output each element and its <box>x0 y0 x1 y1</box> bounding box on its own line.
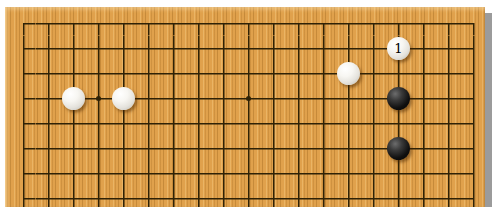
board-intersection[interactable] <box>386 111 411 136</box>
board-intersection[interactable] <box>211 136 236 161</box>
board-intersection[interactable] <box>436 36 461 61</box>
board-intersection[interactable] <box>411 36 436 61</box>
board-intersection[interactable] <box>436 86 461 111</box>
board-intersection[interactable] <box>411 61 436 86</box>
board-intersection[interactable] <box>286 36 311 61</box>
board-intersection[interactable] <box>61 111 86 136</box>
board-intersection[interactable] <box>261 186 286 207</box>
board-intersection[interactable] <box>411 86 436 111</box>
board-intersection[interactable] <box>86 136 111 161</box>
board-intersection[interactable] <box>436 136 461 161</box>
board-intersection[interactable] <box>361 186 386 207</box>
board-intersection[interactable] <box>86 111 111 136</box>
board-intersection[interactable] <box>61 161 86 186</box>
board-intersection[interactable] <box>111 161 136 186</box>
board-intersection[interactable] <box>311 86 336 111</box>
board-intersection[interactable] <box>61 36 86 61</box>
board-intersection[interactable] <box>311 111 336 136</box>
star-point <box>96 96 101 101</box>
board-intersection[interactable] <box>11 186 36 207</box>
board-intersection[interactable] <box>161 36 186 61</box>
board-intersection[interactable] <box>211 11 236 36</box>
board-intersection[interactable] <box>361 111 386 136</box>
board-intersection[interactable] <box>311 136 336 161</box>
board-intersection[interactable] <box>36 86 61 111</box>
board-intersection[interactable] <box>386 61 411 86</box>
board-intersection[interactable] <box>336 111 361 136</box>
board-intersection[interactable] <box>311 11 336 36</box>
stone-white[interactable]: 1 <box>387 37 410 60</box>
stone-black[interactable] <box>387 87 410 110</box>
board-intersection[interactable] <box>261 161 286 186</box>
board-intersection[interactable] <box>11 136 36 161</box>
board-intersection[interactable] <box>136 61 161 86</box>
board-intersection[interactable] <box>461 161 485 186</box>
stone-white[interactable] <box>112 87 135 110</box>
stone-black[interactable] <box>387 137 410 160</box>
board-intersection[interactable] <box>411 136 436 161</box>
board-intersection[interactable] <box>436 161 461 186</box>
board-intersection[interactable] <box>211 111 236 136</box>
star-point <box>246 96 251 101</box>
board-intersection[interactable] <box>11 61 36 86</box>
board-intersection[interactable] <box>161 61 186 86</box>
board-intersection[interactable] <box>436 11 461 36</box>
board-intersection[interactable] <box>336 136 361 161</box>
board-intersection[interactable] <box>336 86 361 111</box>
board-intersection[interactable] <box>336 161 361 186</box>
board-intersection[interactable] <box>86 11 111 36</box>
board-intersection[interactable] <box>186 186 211 207</box>
board-intersection[interactable] <box>36 61 61 86</box>
board-intersection[interactable] <box>311 36 336 61</box>
board-intersection[interactable] <box>61 186 86 207</box>
board-intersection[interactable] <box>336 36 361 61</box>
board-intersection[interactable] <box>11 36 36 61</box>
board-intersection[interactable] <box>211 161 236 186</box>
move-number-label: 1 <box>394 41 402 54</box>
board-intersection[interactable] <box>186 61 211 86</box>
board-intersection[interactable] <box>136 86 161 111</box>
board-intersection[interactable] <box>36 186 61 207</box>
board-intersection[interactable] <box>236 161 261 186</box>
board-intersection[interactable] <box>11 161 36 186</box>
board-intersection[interactable] <box>36 161 61 186</box>
board-intersection[interactable] <box>36 36 61 61</box>
board-intersection[interactable] <box>211 186 236 207</box>
board-intersection[interactable] <box>361 11 386 36</box>
board-intersection[interactable] <box>411 11 436 36</box>
board-intersection[interactable] <box>361 36 386 61</box>
board-intersection[interactable] <box>311 186 336 207</box>
board-intersection[interactable] <box>261 11 286 36</box>
board-intersection[interactable] <box>261 111 286 136</box>
board-grid <box>11 11 485 207</box>
board-intersection[interactable] <box>411 186 436 207</box>
board-intersection[interactable] <box>461 111 485 136</box>
board-intersection[interactable] <box>261 86 286 111</box>
board-intersection[interactable] <box>361 136 386 161</box>
board-intersection[interactable] <box>211 61 236 86</box>
board-intersection[interactable] <box>336 11 361 36</box>
board-intersection[interactable] <box>436 186 461 207</box>
board-intersection[interactable] <box>186 136 211 161</box>
board-intersection[interactable] <box>11 11 36 36</box>
board-intersection[interactable] <box>111 61 136 86</box>
board-intersection[interactable] <box>361 161 386 186</box>
board-intersection[interactable] <box>161 161 186 186</box>
board-intersection[interactable] <box>161 11 186 36</box>
board-intersection[interactable] <box>36 111 61 136</box>
board-intersection[interactable] <box>286 186 311 207</box>
board-intersection[interactable] <box>236 61 261 86</box>
board-intersection[interactable] <box>236 111 261 136</box>
board-intersection[interactable] <box>211 36 236 61</box>
board-intersection[interactable] <box>86 186 111 207</box>
board-intersection[interactable] <box>411 111 436 136</box>
board-intersection[interactable] <box>386 11 411 36</box>
board-intersection[interactable] <box>261 61 286 86</box>
board-intersection[interactable] <box>286 86 311 111</box>
board-intersection[interactable] <box>286 161 311 186</box>
board-intersection[interactable] <box>361 61 386 86</box>
board-intersection[interactable] <box>136 186 161 207</box>
go-diagram: 1 <box>0 0 500 207</box>
board-intersection[interactable] <box>236 186 261 207</box>
board-intersection[interactable] <box>161 111 186 136</box>
board-intersection[interactable] <box>236 36 261 61</box>
board-intersection[interactable] <box>211 86 236 111</box>
board-intersection[interactable] <box>161 186 186 207</box>
board-intersection[interactable] <box>286 11 311 36</box>
board-intersection[interactable] <box>136 161 161 186</box>
board-intersection[interactable] <box>36 11 61 36</box>
board-intersection[interactable] <box>461 11 485 36</box>
stone-white[interactable] <box>337 62 360 85</box>
board-intersection[interactable] <box>186 86 211 111</box>
board-intersection[interactable] <box>461 136 485 161</box>
board-intersection[interactable] <box>186 161 211 186</box>
board-intersection[interactable] <box>161 86 186 111</box>
board-intersection[interactable] <box>186 111 211 136</box>
board-intersection[interactable] <box>461 86 485 111</box>
board-intersection[interactable] <box>136 11 161 36</box>
board-intersection[interactable] <box>136 111 161 136</box>
board-intersection[interactable] <box>136 136 161 161</box>
board-intersection[interactable] <box>361 86 386 111</box>
board-intersection[interactable] <box>461 186 485 207</box>
board-intersection[interactable] <box>61 61 86 86</box>
board-intersection[interactable] <box>186 36 211 61</box>
board-intersection[interactable] <box>336 186 361 207</box>
board-intersection[interactable] <box>286 61 311 86</box>
board-intersection[interactable] <box>461 36 485 61</box>
board-intersection[interactable] <box>286 111 311 136</box>
board-intersection[interactable] <box>386 186 411 207</box>
board-intersection[interactable] <box>286 136 311 161</box>
board-intersection[interactable] <box>436 61 461 86</box>
board-intersection[interactable] <box>261 36 286 61</box>
board-intersection[interactable] <box>61 136 86 161</box>
board-intersection[interactable] <box>36 136 61 161</box>
board-intersection[interactable] <box>386 161 411 186</box>
board-intersection[interactable] <box>11 111 36 136</box>
board-intersection[interactable] <box>86 36 111 61</box>
board-intersection[interactable] <box>186 11 211 36</box>
board-intersection[interactable] <box>136 36 161 61</box>
board-intersection[interactable] <box>236 11 261 36</box>
board-intersection[interactable] <box>11 86 36 111</box>
go-board[interactable]: 1 <box>5 7 485 207</box>
board-intersection[interactable] <box>86 61 111 86</box>
board-intersection[interactable] <box>311 161 336 186</box>
board-intersection[interactable] <box>311 61 336 86</box>
board-intersection[interactable] <box>86 161 111 186</box>
board-intersection[interactable] <box>111 111 136 136</box>
board-intersection[interactable] <box>111 36 136 61</box>
board-intersection[interactable] <box>461 61 485 86</box>
board-intersection[interactable] <box>236 136 261 161</box>
board-drop-shadow <box>485 13 492 207</box>
board-intersection[interactable] <box>411 161 436 186</box>
board-intersection[interactable] <box>161 136 186 161</box>
stone-white[interactable] <box>62 87 85 110</box>
board-intersection[interactable] <box>111 11 136 36</box>
board-intersection[interactable] <box>436 111 461 136</box>
board-intersection[interactable] <box>111 136 136 161</box>
board-intersection[interactable] <box>261 136 286 161</box>
board-intersection[interactable] <box>61 11 86 36</box>
board-intersection[interactable] <box>111 186 136 207</box>
